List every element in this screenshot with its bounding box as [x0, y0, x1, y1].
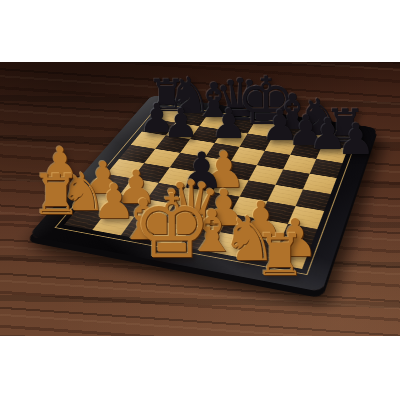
product-photo: ♜♞♝♛♚♝♟♞♟♟♟♜♟♟♟♟♟♟♟♟♞♜♟♟♛♟♝♝♟♚♞♜	[0, 0, 400, 400]
white-backdrop-top	[0, 0, 400, 62]
white-backdrop-bottom	[0, 336, 400, 400]
